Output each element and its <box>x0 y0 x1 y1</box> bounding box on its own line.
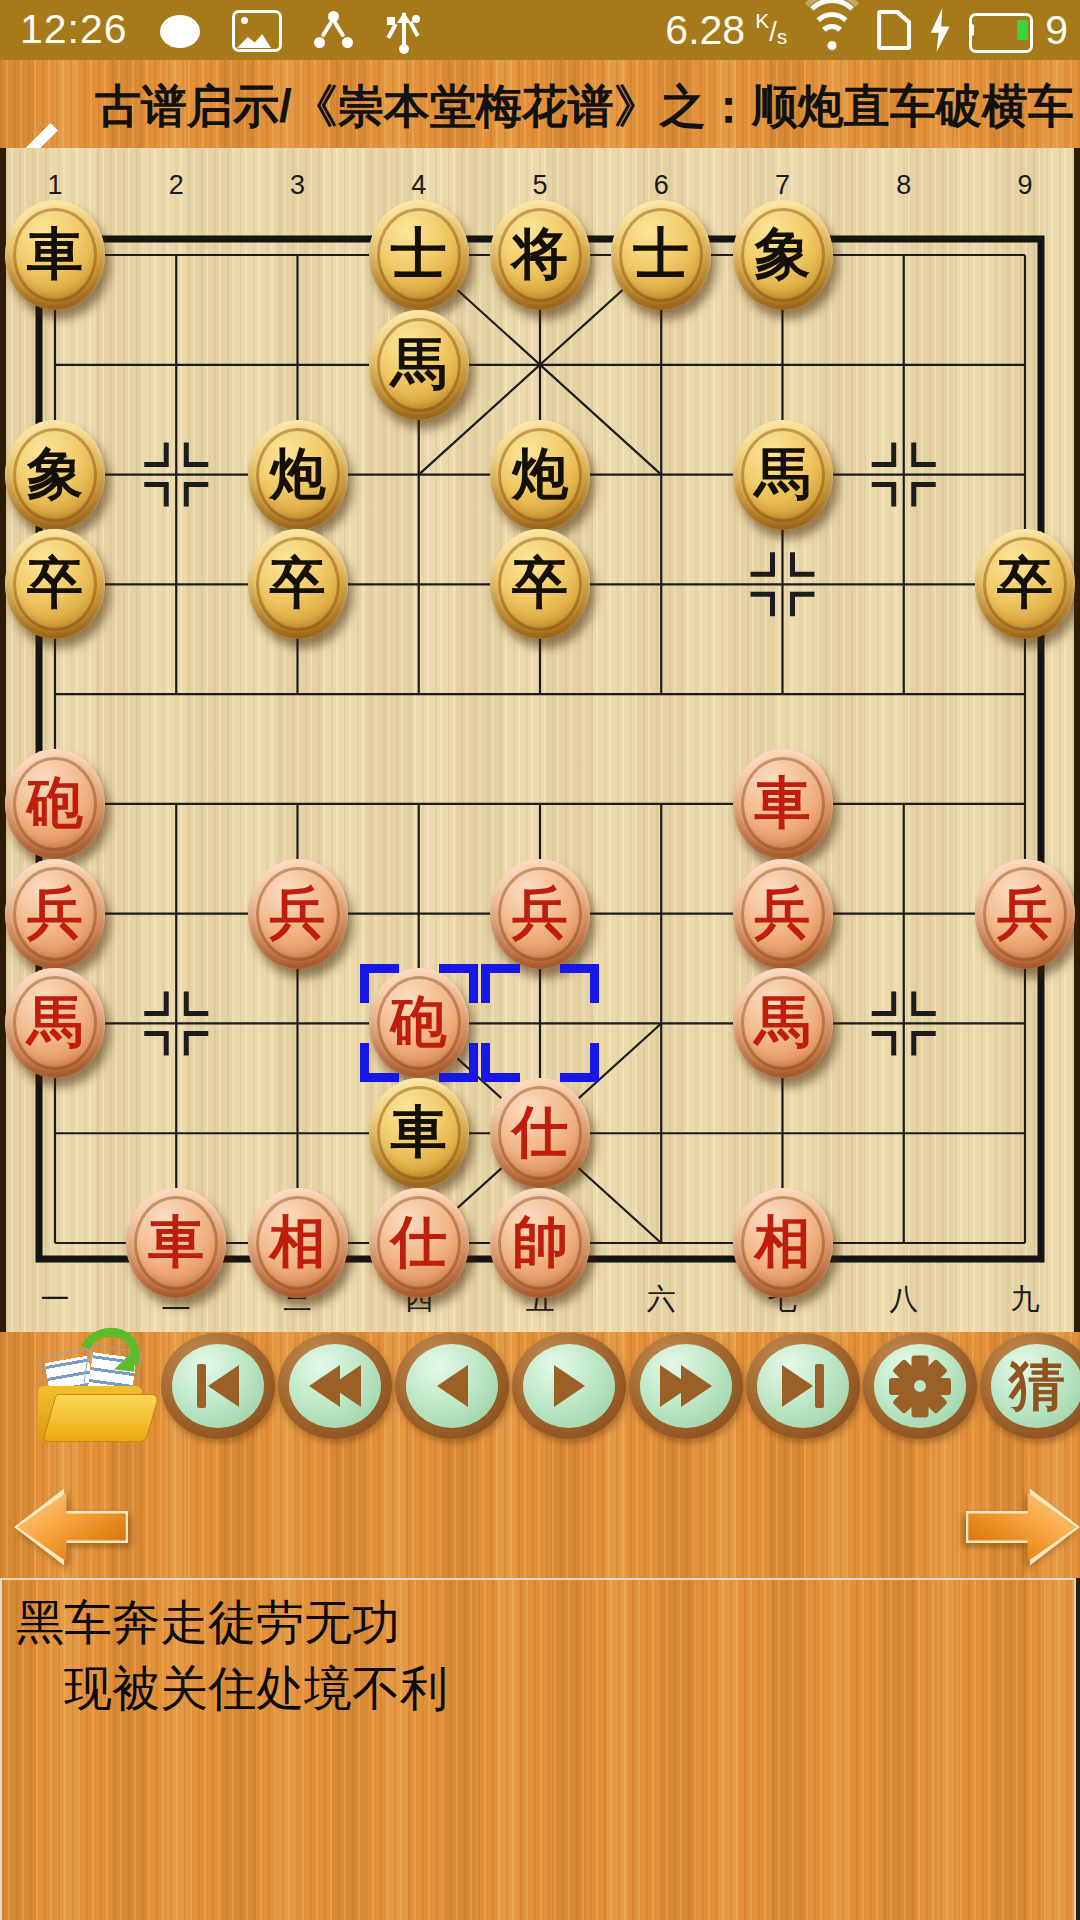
piece-red-兵[interactable]: 兵 <box>5 859 105 969</box>
play-next-icon <box>554 1365 585 1407</box>
piece-red-兵[interactable]: 兵 <box>490 859 590 969</box>
piece-character: 仕 <box>391 1205 447 1281</box>
piece-character: 士 <box>633 217 689 293</box>
battery-icon <box>969 13 1033 47</box>
file-label-top: 7 <box>761 170 805 201</box>
usb-icon <box>386 9 422 53</box>
piece-black-卒[interactable]: 卒 <box>5 529 105 639</box>
piece-black-卒[interactable]: 卒 <box>490 529 590 639</box>
network-speed: 6.28 <box>665 7 745 54</box>
piece-character: 相 <box>270 1205 326 1281</box>
piece-black-士[interactable]: 士 <box>611 200 711 310</box>
skip-start-icon <box>197 1364 206 1408</box>
piece-character: 馬 <box>755 985 811 1061</box>
piece-red-兵[interactable]: 兵 <box>733 859 833 969</box>
next-chapter-arrow[interactable] <box>966 1487 1080 1567</box>
piece-black-炮[interactable]: 炮 <box>248 420 348 530</box>
sim-card-icon <box>877 10 911 50</box>
piece-black-炮[interactable]: 炮 <box>490 420 590 530</box>
piece-red-砲[interactable]: 砲 <box>5 749 105 859</box>
fast-forward-button[interactable] <box>629 1333 743 1439</box>
piece-character: 士 <box>391 217 447 293</box>
guess-label: 猜 <box>1009 1348 1065 1424</box>
piece-black-卒[interactable]: 卒 <box>975 529 1075 639</box>
piece-red-相[interactable]: 相 <box>733 1188 833 1298</box>
commentary-panel: 黑车奔走徒劳无功 现被关住处境不利 <box>0 1578 1076 1920</box>
piece-character: 馬 <box>27 985 83 1061</box>
message-notification-icon <box>160 15 200 48</box>
piece-red-馬[interactable]: 馬 <box>733 968 833 1078</box>
piece-black-象[interactable]: 象 <box>733 200 833 310</box>
piece-character: 車 <box>148 1205 204 1281</box>
file-label-top: 3 <box>276 170 320 201</box>
open-file-button[interactable] <box>36 1336 148 1442</box>
selection-bracket <box>360 964 478 1082</box>
share-notification-icon <box>314 11 354 51</box>
piece-character: 炮 <box>270 437 326 513</box>
folder-front-icon <box>42 1394 160 1442</box>
piece-red-馬[interactable]: 馬 <box>5 968 105 1078</box>
skip-to-end-button[interactable] <box>746 1333 860 1439</box>
piece-black-車[interactable]: 車 <box>5 200 105 310</box>
piece-character: 車 <box>391 1095 447 1171</box>
gear-icon <box>887 1353 953 1419</box>
gallery-notification-icon <box>232 10 282 52</box>
file-label-top: 5 <box>518 170 562 201</box>
piece-character: 帥 <box>512 1205 568 1281</box>
piece-character: 車 <box>27 217 83 293</box>
xiangqi-board[interactable]: 123456789 一二三四五六七八九 車士将士象馬象炮炮馬卒卒卒卒砲車兵兵兵兵… <box>6 148 1074 1332</box>
piece-character: 兵 <box>512 876 568 952</box>
piece-character: 兵 <box>997 876 1053 952</box>
piece-black-車[interactable]: 車 <box>369 1078 469 1188</box>
clock: 12:26 <box>20 6 128 53</box>
piece-red-仕[interactable]: 仕 <box>490 1078 590 1188</box>
xiangqi-app-screen: { "status_bar": { "time": "12:26", "net_… <box>0 0 1080 1920</box>
status-bar: 12:26 6.28 K/s 9 <box>0 0 1080 60</box>
file-label-top: 9 <box>1003 170 1047 201</box>
piece-black-卒[interactable]: 卒 <box>248 529 348 639</box>
piece-red-兵[interactable]: 兵 <box>248 859 348 969</box>
piece-character: 車 <box>755 766 811 842</box>
network-speed-unit: K/s <box>755 15 787 46</box>
commentary-line-1: 黑车奔走徒劳无功 <box>16 1590 1060 1656</box>
file-label-top: 1 <box>33 170 77 201</box>
piece-character: 卒 <box>997 546 1053 622</box>
commentary-line-2: 现被关住处境不利 <box>16 1656 1060 1722</box>
piece-red-車[interactable]: 車 <box>733 749 833 859</box>
piece-black-将[interactable]: 将 <box>490 200 590 310</box>
piece-character: 兵 <box>270 876 326 952</box>
piece-character: 卒 <box>512 546 568 622</box>
piece-character: 仕 <box>512 1095 568 1171</box>
file-label-top: 4 <box>397 170 441 201</box>
page-title: 古谱启示/《崇本堂梅花谱》之：顺炮直车破横车... <box>95 60 1075 148</box>
piece-character: 象 <box>27 437 83 513</box>
skip-end-icon <box>782 1365 813 1407</box>
title-bar: 古谱启示/《崇本堂梅花谱》之：顺炮直车破横车... <box>0 60 1080 148</box>
guess-move-button[interactable]: 猜 <box>980 1333 1080 1439</box>
piece-character: 馬 <box>755 437 811 513</box>
piece-character: 卒 <box>27 546 83 622</box>
selection-bracket <box>481 964 599 1082</box>
piece-black-象[interactable]: 象 <box>5 420 105 530</box>
piece-character: 将 <box>512 217 568 293</box>
piece-character: 砲 <box>27 766 83 842</box>
piece-red-兵[interactable]: 兵 <box>975 859 1075 969</box>
piece-red-帥[interactable]: 帥 <box>490 1188 590 1298</box>
skip-to-start-button[interactable] <box>161 1333 275 1439</box>
board-grid[interactable]: 車士将士象馬象炮炮馬卒卒卒卒砲車兵兵兵兵兵馬砲馬車仕車相仕帥相 <box>0 200 1080 1298</box>
fast-rewind-button[interactable] <box>278 1333 392 1439</box>
wifi-icon <box>803 8 861 52</box>
file-label-top: 6 <box>639 170 683 201</box>
piece-black-馬[interactable]: 馬 <box>733 420 833 530</box>
file-label-top: 2 <box>154 170 198 201</box>
charging-bolt-icon <box>927 8 953 52</box>
piece-red-相[interactable]: 相 <box>248 1188 348 1298</box>
piece-character: 相 <box>755 1205 811 1281</box>
settings-button[interactable] <box>863 1333 977 1439</box>
piece-character: 卒 <box>270 546 326 622</box>
step-forward-button[interactable] <box>512 1333 626 1439</box>
piece-character: 兵 <box>27 876 83 952</box>
previous-chapter-arrow[interactable] <box>14 1487 128 1567</box>
piece-red-仕[interactable]: 仕 <box>369 1188 469 1298</box>
piece-red-車[interactable]: 車 <box>126 1188 226 1298</box>
piece-character: 象 <box>755 217 811 293</box>
toolbar: 猜 <box>0 1332 1080 1578</box>
previous-icon <box>437 1365 468 1407</box>
piece-character: 馬 <box>391 327 447 403</box>
piece-black-馬[interactable]: 馬 <box>369 310 469 420</box>
file-label-top: 8 <box>882 170 926 201</box>
piece-black-士[interactable]: 士 <box>369 200 469 310</box>
step-back-button[interactable] <box>395 1333 509 1439</box>
battery-percent: 9 <box>1045 7 1068 54</box>
piece-character: 炮 <box>512 437 568 513</box>
piece-character: 兵 <box>755 876 811 952</box>
